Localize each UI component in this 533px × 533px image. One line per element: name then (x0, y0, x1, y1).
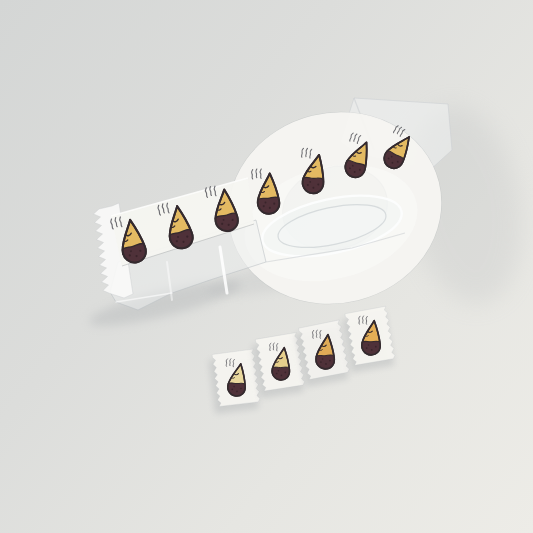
tape-piece (341, 306, 397, 373)
scene-drawing: Roll of translucent washi tape printed w… (0, 0, 533, 533)
tape-piece (208, 349, 261, 414)
photo-scene: Roll of translucent washi tape printed w… (0, 0, 533, 533)
torn-tape-pieces (208, 306, 397, 414)
tape-piece (294, 320, 351, 387)
